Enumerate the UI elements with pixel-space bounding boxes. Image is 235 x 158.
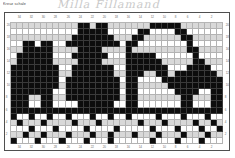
tick-number: 12 (226, 72, 229, 75)
tick-number: 2 (6, 132, 8, 135)
tick-number: 8 (174, 145, 176, 148)
tick-number: 32 (30, 16, 33, 19)
tick-number: 2 (225, 132, 227, 135)
tick-number: 8 (6, 96, 8, 99)
tick-number: 26 (66, 16, 69, 19)
tick-number: 8 (174, 16, 176, 19)
tick-number: 6 (6, 108, 8, 111)
tick-number: 10 (226, 84, 229, 87)
tick-number: 22 (90, 145, 93, 148)
tick-number: 12 (151, 145, 154, 148)
tick-number: 20 (103, 16, 106, 19)
tick-number: 18 (115, 16, 118, 19)
tick-number: 18 (115, 145, 118, 148)
tick-number: 34 (18, 145, 21, 148)
tick-number: 14 (139, 16, 142, 19)
tick-number: 16 (127, 16, 130, 19)
tick-number: 4 (6, 120, 8, 123)
tick-number: 4 (225, 120, 227, 123)
tick-number: 10 (163, 16, 166, 19)
tick-number: 32 (30, 145, 33, 148)
tick-number: 2 (211, 16, 213, 19)
tick-number: 14 (226, 60, 229, 63)
tick-number: 30 (42, 145, 45, 148)
tick-number: 18 (226, 35, 229, 38)
chart-frame: 343230282624222018161412108642 343230282… (4, 12, 230, 151)
empty-grid-cell (217, 138, 223, 144)
tick-number: 34 (18, 16, 21, 19)
tick-number: 2 (211, 145, 213, 148)
tick-number: 20 (103, 145, 106, 148)
chart-title: Kreuz schale (3, 2, 26, 6)
tick-number: 20 (226, 23, 229, 26)
tick-number: 26 (66, 145, 69, 148)
tick-number: 16 (127, 145, 130, 148)
tick-number: 4 (199, 145, 201, 148)
tick-number: 22 (90, 16, 93, 19)
tick-number: 24 (78, 145, 81, 148)
tick-number: 30 (42, 16, 45, 19)
pattern-page: { "game": "filet crochet / cross-stitch … (0, 0, 235, 158)
tick-number: 24 (78, 16, 81, 19)
watermark-signature: Milla Fillamand (57, 0, 160, 11)
tick-number: 6 (225, 108, 227, 111)
tick-number: 16 (226, 47, 229, 50)
tick-number: 10 (163, 145, 166, 148)
tick-number: 28 (54, 145, 57, 148)
tick-number: 6 (187, 16, 189, 19)
tick-number: 14 (139, 145, 142, 148)
tick-number: 6 (187, 145, 189, 148)
tick-number: 4 (199, 16, 201, 19)
tick-number: 28 (54, 16, 57, 19)
pattern-grid (10, 22, 223, 144)
tick-number: 12 (151, 16, 154, 19)
tick-number: 8 (225, 96, 227, 99)
